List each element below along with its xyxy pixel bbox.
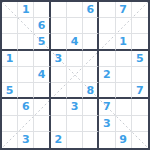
cell-r3c2[interactable] <box>18 34 34 50</box>
cell-r4c7[interactable] <box>99 51 115 67</box>
sudoku-board: 1676541135425876373329 <box>0 0 150 150</box>
cell-r7c5[interactable]: 3 <box>67 99 83 115</box>
cell-r1c3[interactable] <box>34 2 50 18</box>
cell-r5c4[interactable] <box>51 67 67 83</box>
cell-r7c3[interactable] <box>34 99 50 115</box>
cell-r4c4[interactable]: 3 <box>51 51 67 67</box>
cell-r8c7[interactable]: 3 <box>99 116 115 132</box>
cell-r7c9[interactable] <box>132 99 148 115</box>
cell-r9c7[interactable] <box>99 132 115 148</box>
cell-r2c5[interactable] <box>67 18 83 34</box>
cell-r9c5[interactable] <box>67 132 83 148</box>
cell-r7c1[interactable] <box>2 99 18 115</box>
cell-r8c4[interactable] <box>51 116 67 132</box>
cell-r7c8[interactable] <box>116 99 132 115</box>
cell-r9c3[interactable] <box>34 132 50 148</box>
cell-r3c5[interactable]: 4 <box>67 34 83 50</box>
cell-r6c3[interactable] <box>34 83 50 99</box>
cell-r7c6[interactable] <box>83 99 99 115</box>
cell-r1c2[interactable]: 1 <box>18 2 34 18</box>
cell-r9c9[interactable] <box>132 132 148 148</box>
cell-r6c9[interactable]: 7 <box>132 83 148 99</box>
cell-r1c8[interactable]: 7 <box>116 2 132 18</box>
cell-r3c9[interactable] <box>132 34 148 50</box>
cell-r4c2[interactable] <box>18 51 34 67</box>
cell-r4c9[interactable]: 5 <box>132 51 148 67</box>
cell-r1c4[interactable] <box>51 2 67 18</box>
cell-r5c5[interactable] <box>67 67 83 83</box>
cell-r8c2[interactable] <box>18 116 34 132</box>
cell-r3c8[interactable]: 1 <box>116 34 132 50</box>
cell-r7c2[interactable]: 6 <box>18 99 34 115</box>
cell-r8c9[interactable] <box>132 116 148 132</box>
cell-r1c1[interactable] <box>2 2 18 18</box>
cell-r4c1[interactable]: 1 <box>2 51 18 67</box>
cell-r5c3[interactable]: 4 <box>34 67 50 83</box>
cell-r7c4[interactable] <box>51 99 67 115</box>
cell-r3c4[interactable] <box>51 34 67 50</box>
cell-r4c6[interactable] <box>83 51 99 67</box>
cell-r8c1[interactable] <box>2 116 18 132</box>
cell-r6c6[interactable]: 8 <box>83 83 99 99</box>
cell-r2c3[interactable]: 6 <box>34 18 50 34</box>
cell-r6c2[interactable] <box>18 83 34 99</box>
cell-r2c4[interactable] <box>51 18 67 34</box>
cell-r8c3[interactable] <box>34 116 50 132</box>
cell-r9c2[interactable]: 3 <box>18 132 34 148</box>
cell-r1c6[interactable]: 6 <box>83 2 99 18</box>
cell-r2c1[interactable] <box>2 18 18 34</box>
cell-r8c8[interactable] <box>116 116 132 132</box>
cell-r7c7[interactable]: 7 <box>99 99 115 115</box>
cell-r5c7[interactable]: 2 <box>99 67 115 83</box>
cell-r9c8[interactable]: 9 <box>116 132 132 148</box>
cell-r5c8[interactable] <box>116 67 132 83</box>
cell-r2c6[interactable] <box>83 18 99 34</box>
cell-r6c4[interactable] <box>51 83 67 99</box>
cell-r1c5[interactable] <box>67 2 83 18</box>
cell-r3c1[interactable] <box>2 34 18 50</box>
cell-r2c9[interactable] <box>132 18 148 34</box>
cell-r8c5[interactable] <box>67 116 83 132</box>
cell-r3c3[interactable]: 5 <box>34 34 50 50</box>
cell-r6c5[interactable] <box>67 83 83 99</box>
cell-r2c7[interactable] <box>99 18 115 34</box>
cell-r5c6[interactable] <box>83 67 99 83</box>
cell-r2c8[interactable] <box>116 18 132 34</box>
cell-r6c7[interactable] <box>99 83 115 99</box>
cell-r1c9[interactable] <box>132 2 148 18</box>
cell-r4c5[interactable] <box>67 51 83 67</box>
cell-r6c1[interactable]: 5 <box>2 83 18 99</box>
cell-r6c8[interactable] <box>116 83 132 99</box>
cell-r9c6[interactable] <box>83 132 99 148</box>
cell-r9c1[interactable] <box>2 132 18 148</box>
cell-r1c7[interactable] <box>99 2 115 18</box>
cell-r5c9[interactable] <box>132 67 148 83</box>
cell-r9c4[interactable]: 2 <box>51 132 67 148</box>
cell-r4c3[interactable] <box>34 51 50 67</box>
cell-r2c2[interactable] <box>18 18 34 34</box>
cell-r8c6[interactable] <box>83 116 99 132</box>
cell-r4c8[interactable] <box>116 51 132 67</box>
cell-r5c1[interactable] <box>2 67 18 83</box>
cell-r3c7[interactable] <box>99 34 115 50</box>
cell-r3c6[interactable] <box>83 34 99 50</box>
cell-r5c2[interactable] <box>18 67 34 83</box>
